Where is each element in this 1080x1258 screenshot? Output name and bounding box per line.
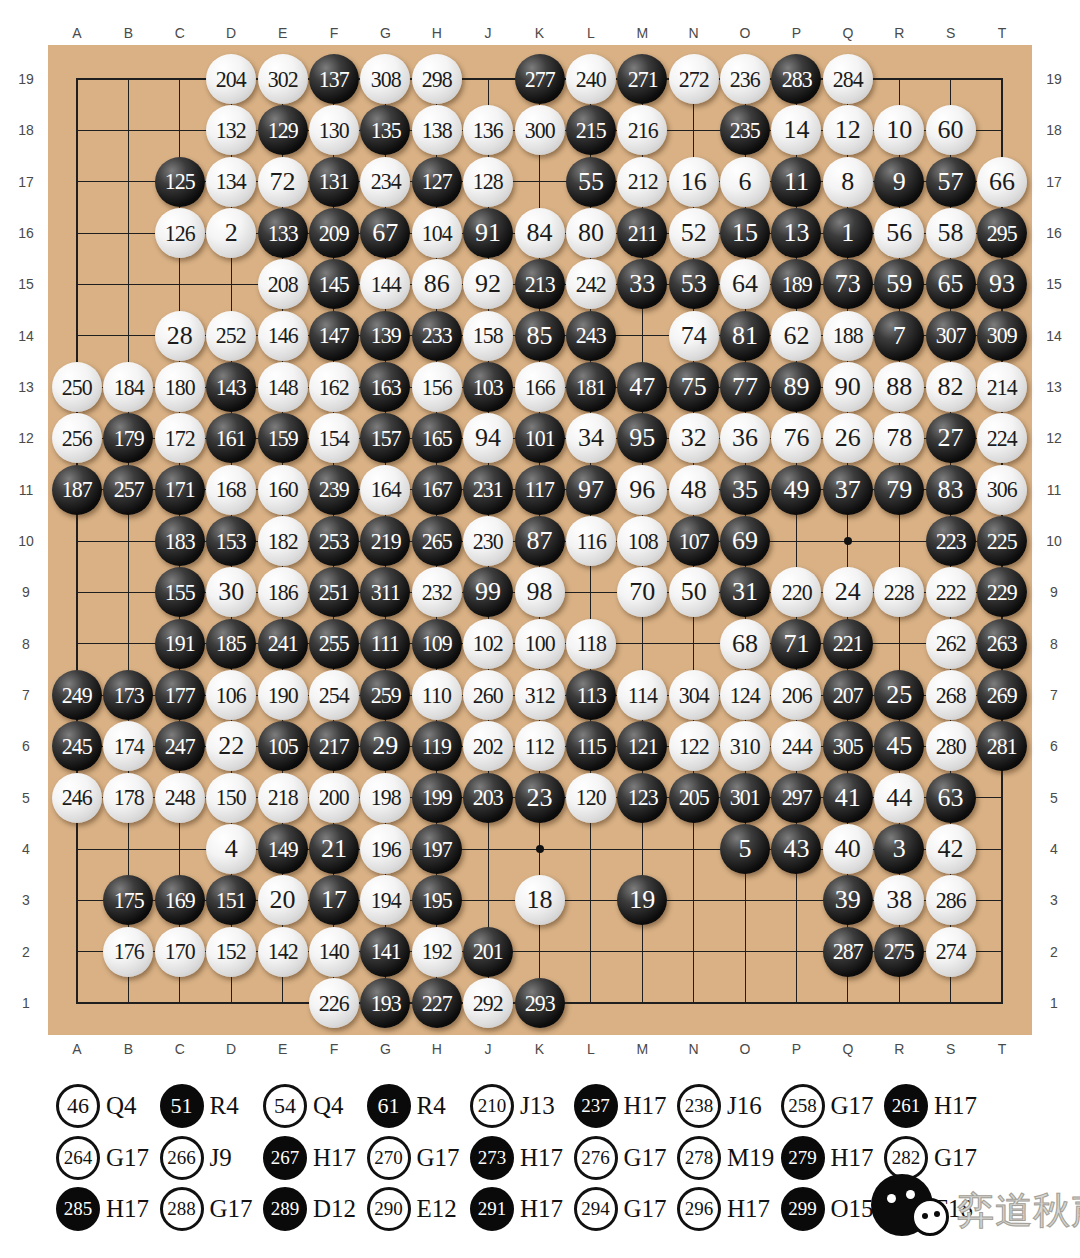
stone-move-number: 271	[627, 68, 657, 91]
stone-H15: 86	[412, 259, 462, 309]
coord-top: O	[740, 25, 751, 41]
stone-L14: 243	[566, 311, 616, 361]
stone-move-number: 113	[576, 684, 605, 707]
stone-R5: 44	[874, 773, 924, 823]
stone-move-number: 100	[525, 632, 555, 655]
stone-R2: 275	[874, 927, 924, 977]
stone-move-number: 45	[886, 733, 912, 759]
coord-top: C	[175, 25, 185, 41]
stone-move-number: 60	[938, 117, 964, 143]
stone-move-number: 281	[987, 735, 1017, 758]
stone-move-number: 165	[422, 427, 452, 450]
stone-move-number: 110	[422, 684, 451, 707]
stone-move-number: 304	[679, 684, 709, 707]
stone-K7: 312	[515, 670, 565, 720]
stone-move-number: 255	[319, 632, 349, 655]
coord-left: 3	[22, 892, 30, 908]
stone-H11: 167	[412, 465, 462, 515]
stone-L8: 118	[566, 619, 616, 669]
coord-right: 11	[1047, 482, 1062, 498]
stone-S13: 82	[926, 362, 976, 412]
stone-C3: 169	[155, 875, 205, 925]
stone-C11: 171	[155, 465, 205, 515]
stone-move-number: 263	[987, 632, 1017, 655]
stone-move-number: 84	[527, 220, 553, 246]
stone-move-number: 27	[938, 425, 964, 451]
stone-S14: 307	[926, 311, 976, 361]
legend-stone-279: 279	[781, 1136, 825, 1180]
stone-move-number: 97	[578, 477, 604, 503]
stone-move-number: 146	[268, 324, 298, 347]
stone-H17: 127	[412, 157, 462, 207]
stone-Q14: 188	[823, 311, 873, 361]
stone-J11: 231	[463, 465, 513, 515]
stone-S3: 286	[926, 875, 976, 925]
legend-point-label: G17	[934, 1144, 977, 1172]
stone-move-number: 25	[886, 682, 912, 708]
stone-move-number: 80	[578, 220, 604, 246]
stone-move-number: 73	[835, 271, 861, 297]
stone-move-number: 107	[679, 530, 709, 553]
coord-bottom: S	[946, 1041, 955, 1057]
stone-move-number: 259	[370, 684, 400, 707]
stone-F9: 251	[309, 567, 359, 617]
stone-G19: 308	[360, 54, 410, 104]
stone-J10: 230	[463, 516, 513, 566]
stone-move-number: 154	[319, 427, 349, 450]
stone-D11: 168	[206, 465, 256, 515]
stone-L5: 120	[566, 773, 616, 823]
stone-C17: 125	[155, 157, 205, 207]
stone-move-number: 254	[319, 684, 349, 707]
stone-O14: 81	[720, 311, 770, 361]
stone-F1: 226	[309, 978, 359, 1028]
stone-E14: 146	[258, 311, 308, 361]
stone-E13: 148	[258, 362, 308, 412]
coord-left: 1	[22, 995, 30, 1011]
stone-move-number: 33	[629, 271, 655, 297]
stone-R17: 9	[874, 157, 924, 207]
stone-move-number: 12	[835, 117, 861, 143]
stone-move-number: 131	[319, 170, 349, 193]
stone-move-number: 160	[268, 478, 298, 501]
stone-Q4: 40	[823, 824, 873, 874]
coord-left: 13	[18, 379, 34, 395]
stone-O16: 15	[720, 208, 770, 258]
stone-H9: 232	[412, 567, 462, 617]
legend-stone-270: 270	[367, 1136, 411, 1180]
coord-bottom: G	[380, 1041, 391, 1057]
stone-L19: 240	[566, 54, 616, 104]
coord-right: 14	[1046, 328, 1062, 344]
stone-move-number: 140	[319, 940, 349, 963]
stone-move-number: 141	[370, 940, 400, 963]
stone-H5: 199	[412, 773, 462, 823]
coord-left: 15	[18, 276, 34, 292]
coord-bottom: Q	[842, 1041, 853, 1057]
stone-move-number: 92	[475, 271, 501, 297]
stone-move-number: 260	[473, 684, 503, 707]
stone-J1: 292	[463, 978, 513, 1028]
stone-move-number: 157	[370, 427, 400, 450]
legend-stone-267: 267	[263, 1136, 307, 1180]
legend-stone-210: 210	[470, 1084, 514, 1128]
watermark: 弈道秋声	[865, 1170, 1080, 1250]
stone-move-number: 22	[218, 733, 244, 759]
stone-B5: 178	[103, 773, 153, 823]
stone-move-number: 181	[576, 376, 606, 399]
stone-R13: 88	[874, 362, 924, 412]
legend-point-label: R4	[417, 1092, 446, 1120]
stone-move-number: 129	[268, 119, 298, 142]
stone-T10: 225	[977, 516, 1027, 566]
stone-move-number: 218	[268, 786, 298, 809]
stone-move-number: 152	[216, 940, 246, 963]
stone-E18: 129	[258, 105, 308, 155]
stone-T9: 229	[977, 567, 1027, 617]
stone-move-number: 287	[833, 940, 863, 963]
stone-move-number: 7	[893, 323, 906, 349]
stone-D2: 152	[206, 927, 256, 977]
stone-T11: 306	[977, 465, 1027, 515]
stone-move-number: 122	[679, 735, 709, 758]
stone-move-number: 235	[730, 119, 760, 142]
stone-Q9: 24	[823, 567, 873, 617]
stone-move-number: 26	[835, 425, 861, 451]
stone-C14: 28	[155, 311, 205, 361]
stone-N10: 107	[669, 516, 719, 566]
stone-move-number: 173	[113, 684, 143, 707]
coord-top: A	[72, 25, 81, 41]
stone-O19: 236	[720, 54, 770, 104]
stone-move-number: 40	[835, 836, 861, 862]
legend-stone-266: 266	[160, 1136, 204, 1180]
stone-move-number: 227	[422, 992, 452, 1015]
stone-move-number: 277	[525, 68, 555, 91]
stone-P8: 71	[771, 619, 821, 669]
stone-move-number: 1	[841, 220, 854, 246]
stone-move-number: 50	[681, 579, 707, 605]
coord-bottom: A	[72, 1041, 81, 1057]
stone-N14: 74	[669, 311, 719, 361]
coord-top: J	[485, 25, 492, 41]
stone-move-number: 214	[987, 376, 1017, 399]
legend-point-label: G17	[624, 1144, 667, 1172]
legend-point-label: H17	[520, 1144, 563, 1172]
stone-move-number: 150	[216, 786, 246, 809]
stone-S6: 280	[926, 721, 976, 771]
stone-move-number: 207	[833, 684, 863, 707]
stone-H18: 138	[412, 105, 462, 155]
stone-D16: 2	[206, 208, 256, 258]
stone-move-number: 226	[319, 992, 349, 1015]
stone-O4: 5	[720, 824, 770, 874]
coord-bottom: L	[587, 1041, 595, 1057]
stone-move-number: 79	[886, 477, 912, 503]
coord-top: Q	[842, 25, 853, 41]
coord-right: 5	[1050, 790, 1058, 806]
stone-move-number: 124	[730, 684, 760, 707]
stone-Q13: 90	[823, 362, 873, 412]
coord-bottom: H	[432, 1041, 442, 1057]
stone-F14: 147	[309, 311, 359, 361]
stone-move-number: 199	[422, 786, 452, 809]
stone-F5: 200	[309, 773, 359, 823]
stone-K14: 85	[515, 311, 565, 361]
stone-move-number: 63	[938, 785, 964, 811]
stone-move-number: 185	[216, 632, 246, 655]
stone-E15: 208	[258, 259, 308, 309]
stone-move-number: 179	[113, 427, 143, 450]
stone-move-number: 121	[627, 735, 657, 758]
stone-N15: 53	[669, 259, 719, 309]
stone-move-number: 39	[835, 887, 861, 913]
stone-move-number: 269	[987, 684, 1017, 707]
stone-move-number: 196	[370, 838, 400, 861]
stone-move-number: 156	[422, 376, 452, 399]
stone-L13: 181	[566, 362, 616, 412]
stone-move-number: 265	[422, 530, 452, 553]
stone-move-number: 96	[629, 477, 655, 503]
stone-move-number: 221	[833, 632, 863, 655]
legend-point-label: R4	[210, 1092, 239, 1120]
coord-right: 2	[1050, 944, 1058, 960]
coord-left: 2	[22, 944, 30, 960]
stone-move-number: 101	[525, 427, 555, 450]
legend-point-label: M19	[727, 1144, 774, 1172]
stone-move-number: 29	[372, 733, 398, 759]
stone-move-number: 190	[268, 684, 298, 707]
star-point	[844, 537, 852, 545]
stone-move-number: 86	[424, 271, 450, 297]
stone-D10: 153	[206, 516, 256, 566]
stone-D19: 204	[206, 54, 256, 104]
stone-move-number: 56	[886, 220, 912, 246]
stone-O13: 77	[720, 362, 770, 412]
stone-H1: 227	[412, 978, 462, 1028]
stone-move-number: 83	[938, 477, 964, 503]
stone-H7: 110	[412, 670, 462, 720]
stone-K1: 293	[515, 978, 565, 1028]
stone-N12: 32	[669, 413, 719, 463]
stone-M5: 123	[617, 773, 667, 823]
stone-move-number: 309	[987, 324, 1017, 347]
stone-K13: 166	[515, 362, 565, 412]
stone-S8: 262	[926, 619, 976, 669]
legend-point-label: J9	[210, 1144, 232, 1172]
stone-move-number: 147	[319, 324, 349, 347]
stone-move-number: 116	[576, 530, 605, 553]
legend-stone-264: 264	[56, 1136, 100, 1180]
stone-move-number: 5	[739, 836, 752, 862]
legend-stone-258: 258	[781, 1084, 825, 1128]
stone-move-number: 175	[113, 889, 143, 912]
stone-move-number: 216	[627, 119, 657, 142]
stone-H8: 109	[412, 619, 462, 669]
stone-H10: 265	[412, 516, 462, 566]
stone-C9: 155	[155, 567, 205, 617]
stone-move-number: 211	[628, 222, 657, 245]
stone-G2: 141	[360, 927, 410, 977]
legend-point-label: G17	[106, 1144, 149, 1172]
stone-move-number: 48	[681, 477, 707, 503]
stone-H3: 195	[412, 875, 462, 925]
stone-move-number: 71	[783, 631, 809, 657]
stone-move-number: 252	[216, 324, 246, 347]
stone-move-number: 87	[527, 528, 553, 554]
stone-move-number: 8	[841, 169, 854, 195]
kifu-page: AABBCCDDEEFFGGHHJJKKLLMMNNOOPPQQRRSSTT19…	[0, 0, 1080, 1258]
stone-Q19: 284	[823, 54, 873, 104]
stone-M13: 47	[617, 362, 667, 412]
stone-N9: 50	[669, 567, 719, 617]
stone-move-number: 224	[987, 427, 1017, 450]
stone-S5: 63	[926, 773, 976, 823]
stone-move-number: 243	[576, 324, 606, 347]
legend-point-label: J16	[727, 1092, 762, 1120]
coord-bottom: F	[330, 1041, 339, 1057]
stone-E16: 133	[258, 208, 308, 258]
coord-bottom: E	[278, 1041, 287, 1057]
stone-move-number: 102	[473, 632, 503, 655]
stone-C5: 248	[155, 773, 205, 823]
stone-move-number: 98	[527, 579, 553, 605]
stone-K5: 23	[515, 773, 565, 823]
coord-right: 8	[1050, 636, 1058, 652]
stone-move-number: 41	[835, 785, 861, 811]
stone-move-number: 192	[422, 940, 452, 963]
legend-point-label: H17	[727, 1195, 770, 1223]
stone-move-number: 205	[679, 786, 709, 809]
stone-move-number: 65	[938, 271, 964, 297]
stone-P11: 49	[771, 465, 821, 515]
coord-bottom: O	[740, 1041, 751, 1057]
stone-move-number: 307	[936, 324, 966, 347]
stone-K11: 117	[515, 465, 565, 515]
stone-S17: 57	[926, 157, 976, 207]
legend-stone-46: 46	[56, 1084, 100, 1128]
stone-move-number: 268	[936, 684, 966, 707]
stone-move-number: 232	[422, 581, 452, 604]
stone-move-number: 250	[62, 376, 92, 399]
stone-S16: 58	[926, 208, 976, 258]
stone-N7: 304	[669, 670, 719, 720]
stone-move-number: 206	[781, 684, 811, 707]
stone-A7: 249	[52, 670, 102, 720]
coord-left: 5	[22, 790, 30, 806]
stone-move-number: 280	[936, 735, 966, 758]
legend-stone-290: 290	[367, 1187, 411, 1231]
stone-move-number: 230	[473, 530, 503, 553]
stone-move-number: 217	[319, 735, 349, 758]
legend-point-label: H17	[313, 1144, 356, 1172]
stone-H16: 104	[412, 208, 462, 258]
stone-move-number: 212	[627, 170, 657, 193]
stone-move-number: 284	[833, 68, 863, 91]
stone-B11: 257	[103, 465, 153, 515]
stone-move-number: 248	[165, 786, 195, 809]
legend-stone-261: 261	[884, 1084, 928, 1128]
stone-D8: 185	[206, 619, 256, 669]
coord-top: E	[278, 25, 287, 41]
coord-bottom: C	[175, 1041, 185, 1057]
stone-move-number: 13	[783, 220, 809, 246]
stone-move-number: 229	[987, 581, 1017, 604]
stone-move-number: 189	[781, 273, 811, 296]
stone-move-number: 34	[578, 425, 604, 451]
coord-left: 8	[22, 636, 30, 652]
stone-move-number: 236	[730, 68, 760, 91]
stone-move-number: 300	[525, 119, 555, 142]
stone-N11: 48	[669, 465, 719, 515]
legend-stone-291: 291	[470, 1187, 514, 1231]
stone-move-number: 253	[319, 530, 349, 553]
stone-E3: 20	[258, 875, 308, 925]
stone-move-number: 202	[473, 735, 503, 758]
legend-stone-276: 276	[574, 1136, 618, 1180]
stone-C7: 177	[155, 670, 205, 720]
stone-P17: 11	[771, 157, 821, 207]
stone-move-number: 139	[370, 324, 400, 347]
coord-right: 18	[1046, 122, 1062, 138]
stone-move-number: 198	[370, 786, 400, 809]
stone-O5: 301	[720, 773, 770, 823]
stone-N17: 16	[669, 157, 719, 207]
stone-A6: 245	[52, 721, 102, 771]
coord-left: 6	[22, 738, 30, 754]
stone-move-number: 17	[321, 887, 347, 913]
stone-move-number: 163	[370, 376, 400, 399]
stone-move-number: 225	[987, 530, 1017, 553]
legend-stone-51: 51	[160, 1084, 204, 1128]
legend-point-label: H17	[624, 1092, 667, 1120]
stone-move-number: 215	[576, 119, 606, 142]
stone-move-number: 38	[886, 887, 912, 913]
stone-move-number: 99	[475, 579, 501, 605]
stone-move-number: 126	[165, 222, 195, 245]
stone-move-number: 286	[936, 889, 966, 912]
stone-move-number: 183	[165, 530, 195, 553]
stone-move-number: 130	[319, 119, 349, 142]
stone-F7: 254	[309, 670, 359, 720]
stone-move-number: 4	[225, 836, 238, 862]
stone-G1: 193	[360, 978, 410, 1028]
coord-left: 17	[18, 174, 34, 190]
stone-move-number: 123	[627, 786, 657, 809]
stone-move-number: 245	[62, 735, 92, 758]
stone-move-number: 64	[732, 271, 758, 297]
legend-stone-278: 278	[677, 1136, 721, 1180]
stone-A5: 246	[52, 773, 102, 823]
stone-K8: 100	[515, 619, 565, 669]
stone-move-number: 104	[422, 222, 452, 245]
stone-move-number: 187	[62, 478, 92, 501]
legend-point-label: J13	[520, 1092, 555, 1120]
stone-move-number: 106	[216, 684, 246, 707]
legend-stone-273: 273	[470, 1136, 514, 1180]
coord-bottom: P	[792, 1041, 801, 1057]
stone-F18: 130	[309, 105, 359, 155]
stone-move-number: 57	[938, 169, 964, 195]
stone-move-number: 257	[113, 478, 143, 501]
coord-left: 14	[18, 328, 34, 344]
stone-move-number: 213	[525, 273, 555, 296]
stone-A12: 256	[52, 413, 102, 463]
stone-move-number: 310	[730, 735, 760, 758]
stone-move-number: 155	[165, 581, 195, 604]
stone-move-number: 301	[730, 786, 760, 809]
stone-move-number: 241	[268, 632, 298, 655]
